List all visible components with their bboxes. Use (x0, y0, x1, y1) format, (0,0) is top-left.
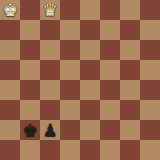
square-f4[interactable] (100, 80, 120, 100)
square-c8[interactable]: ♛ (40, 0, 60, 20)
square-b5[interactable] (20, 60, 40, 80)
square-d7[interactable] (60, 20, 80, 40)
square-b4[interactable] (20, 80, 40, 100)
square-b8[interactable] (20, 0, 40, 20)
square-g4[interactable] (120, 80, 140, 100)
square-a7[interactable] (0, 20, 20, 40)
square-g6[interactable] (120, 40, 140, 60)
square-h1[interactable] (140, 140, 160, 160)
square-g2[interactable] (120, 120, 140, 140)
square-f6[interactable] (100, 40, 120, 60)
square-h6[interactable] (140, 40, 160, 60)
square-c2[interactable]: ♟ (40, 120, 60, 140)
black-king[interactable]: ♚ (22, 120, 37, 140)
square-c1[interactable] (40, 140, 60, 160)
square-h7[interactable] (140, 20, 160, 40)
square-f2[interactable] (100, 120, 120, 140)
square-e7[interactable] (80, 20, 100, 40)
square-h3[interactable] (140, 100, 160, 120)
square-f5[interactable] (100, 60, 120, 80)
square-f7[interactable] (100, 20, 120, 40)
square-a2[interactable] (0, 120, 20, 140)
square-b2[interactable]: ♚ (20, 120, 40, 140)
square-g5[interactable] (120, 60, 140, 80)
square-h5[interactable] (140, 60, 160, 80)
square-e3[interactable] (80, 100, 100, 120)
square-e4[interactable] (80, 80, 100, 100)
square-d3[interactable] (60, 100, 80, 120)
square-b6[interactable] (20, 40, 40, 60)
square-a6[interactable] (0, 40, 20, 60)
square-f3[interactable] (100, 100, 120, 120)
square-b3[interactable] (20, 100, 40, 120)
square-e6[interactable] (80, 40, 100, 60)
white-queen[interactable]: ♛ (42, 0, 57, 20)
square-a4[interactable] (0, 80, 20, 100)
square-b7[interactable] (20, 20, 40, 40)
square-f8[interactable] (100, 0, 120, 20)
square-a8[interactable]: ♚ (0, 0, 20, 20)
square-f1[interactable] (100, 140, 120, 160)
square-g1[interactable] (120, 140, 140, 160)
square-a3[interactable] (0, 100, 20, 120)
square-c3[interactable] (40, 100, 60, 120)
white-king[interactable]: ♚ (2, 0, 17, 20)
square-d8[interactable] (60, 0, 80, 20)
black-pawn[interactable]: ♟ (42, 120, 57, 140)
square-e2[interactable] (80, 120, 100, 140)
square-b1[interactable] (20, 140, 40, 160)
chess-board: ♚♛♚♟ (0, 0, 160, 160)
square-e5[interactable] (80, 60, 100, 80)
square-h4[interactable] (140, 80, 160, 100)
square-d4[interactable] (60, 80, 80, 100)
square-e1[interactable] (80, 140, 100, 160)
square-d5[interactable] (60, 60, 80, 80)
square-a1[interactable] (0, 140, 20, 160)
square-e8[interactable] (80, 0, 100, 20)
square-g8[interactable] (120, 0, 140, 20)
square-a5[interactable] (0, 60, 20, 80)
square-g3[interactable] (120, 100, 140, 120)
square-c7[interactable] (40, 20, 60, 40)
square-h2[interactable] (140, 120, 160, 140)
square-h8[interactable] (140, 0, 160, 20)
square-d2[interactable] (60, 120, 80, 140)
square-d6[interactable] (60, 40, 80, 60)
square-c4[interactable] (40, 80, 60, 100)
square-c5[interactable] (40, 60, 60, 80)
square-g7[interactable] (120, 20, 140, 40)
square-d1[interactable] (60, 140, 80, 160)
square-c6[interactable] (40, 40, 60, 60)
